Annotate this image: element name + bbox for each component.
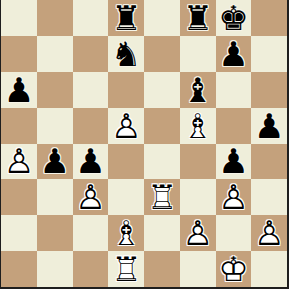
- piece-white-bishop: ♝♗: [180, 108, 216, 144]
- square-f5[interactable]: ♝♗: [180, 108, 216, 144]
- square-f8[interactable]: ♜: [180, 0, 216, 36]
- square-d7[interactable]: ♞: [108, 36, 144, 72]
- square-c8[interactable]: [73, 0, 109, 36]
- square-b3[interactable]: [37, 179, 73, 215]
- square-b2[interactable]: [37, 215, 73, 251]
- square-d6[interactable]: [108, 72, 144, 108]
- square-h7[interactable]: [251, 36, 287, 72]
- square-a5[interactable]: [1, 108, 37, 144]
- square-d3[interactable]: [108, 179, 144, 215]
- piece-black-bishop: ♝: [180, 72, 216, 108]
- square-c5[interactable]: [73, 108, 109, 144]
- square-b1[interactable]: [37, 251, 73, 287]
- square-f3[interactable]: [180, 179, 216, 215]
- square-g3[interactable]: ♟♙: [216, 179, 252, 215]
- square-c3[interactable]: ♟♙: [73, 179, 109, 215]
- chess-board: ♜♜♚♞♟♟♝♟♙♝♗♟♟♙♟♟♟♟♙♜♖♟♙♝♗♟♙♟♙♜♖♚♔: [0, 0, 289, 289]
- square-g4[interactable]: ♟: [216, 144, 252, 180]
- square-c6[interactable]: [73, 72, 109, 108]
- piece-black-pawn: ♟: [1, 72, 37, 108]
- square-d1[interactable]: ♜♖: [108, 251, 144, 287]
- piece-white-rook: ♜♖: [144, 179, 180, 215]
- piece-white-king: ♚♔: [216, 251, 252, 287]
- square-e7[interactable]: [144, 36, 180, 72]
- square-d2[interactable]: ♝♗: [108, 215, 144, 251]
- square-a2[interactable]: [1, 215, 37, 251]
- square-h6[interactable]: [251, 72, 287, 108]
- square-c4[interactable]: ♟: [73, 144, 109, 180]
- square-c2[interactable]: [73, 215, 109, 251]
- square-h5[interactable]: ♟: [251, 108, 287, 144]
- piece-white-pawn: ♟♙: [216, 179, 252, 215]
- chess-diagram: ♜♜♚♞♟♟♝♟♙♝♗♟♟♙♟♟♟♟♙♜♖♟♙♝♗♟♙♟♙♜♖♚♔: [0, 0, 289, 289]
- piece-black-rook: ♜: [180, 0, 216, 36]
- square-a7[interactable]: [1, 36, 37, 72]
- square-a6[interactable]: ♟: [1, 72, 37, 108]
- square-b4[interactable]: ♟: [37, 144, 73, 180]
- piece-black-rook: ♜: [108, 0, 144, 36]
- square-a4[interactable]: ♟♙: [1, 144, 37, 180]
- piece-black-pawn: ♟: [216, 144, 252, 180]
- piece-white-pawn: ♟♙: [251, 215, 287, 251]
- square-h3[interactable]: [251, 179, 287, 215]
- square-g1[interactable]: ♚♔: [216, 251, 252, 287]
- piece-white-pawn: ♟♙: [180, 215, 216, 251]
- piece-black-pawn: ♟: [37, 144, 73, 180]
- square-f4[interactable]: [180, 144, 216, 180]
- piece-white-rook: ♜♖: [108, 251, 144, 287]
- square-h4[interactable]: [251, 144, 287, 180]
- square-f7[interactable]: [180, 36, 216, 72]
- square-e4[interactable]: [144, 144, 180, 180]
- square-c7[interactable]: [73, 36, 109, 72]
- square-b6[interactable]: [37, 72, 73, 108]
- piece-white-pawn: ♟♙: [73, 179, 109, 215]
- square-g6[interactable]: [216, 72, 252, 108]
- square-h2[interactable]: ♟♙: [251, 215, 287, 251]
- piece-white-pawn: ♟♙: [108, 108, 144, 144]
- square-a8[interactable]: [1, 0, 37, 36]
- piece-black-king: ♚: [216, 0, 252, 36]
- piece-black-knight: ♞: [108, 36, 144, 72]
- square-d8[interactable]: ♜: [108, 0, 144, 36]
- square-f1[interactable]: [180, 251, 216, 287]
- square-e3[interactable]: ♜♖: [144, 179, 180, 215]
- square-f2[interactable]: ♟♙: [180, 215, 216, 251]
- square-a1[interactable]: [1, 251, 37, 287]
- square-b8[interactable]: [37, 0, 73, 36]
- square-d4[interactable]: [108, 144, 144, 180]
- square-g7[interactable]: ♟: [216, 36, 252, 72]
- piece-white-bishop: ♝♗: [108, 215, 144, 251]
- square-f6[interactable]: ♝: [180, 72, 216, 108]
- square-g2[interactable]: [216, 215, 252, 251]
- square-e5[interactable]: [144, 108, 180, 144]
- square-h8[interactable]: [251, 0, 287, 36]
- piece-black-pawn: ♟: [73, 144, 109, 180]
- square-h1[interactable]: [251, 251, 287, 287]
- square-e1[interactable]: [144, 251, 180, 287]
- piece-black-pawn: ♟: [251, 108, 287, 144]
- square-d5[interactable]: ♟♙: [108, 108, 144, 144]
- piece-white-pawn: ♟♙: [1, 144, 37, 180]
- square-b7[interactable]: [37, 36, 73, 72]
- square-g8[interactable]: ♚: [216, 0, 252, 36]
- square-e6[interactable]: [144, 72, 180, 108]
- square-a3[interactable]: [1, 179, 37, 215]
- square-e8[interactable]: [144, 0, 180, 36]
- square-g5[interactable]: [216, 108, 252, 144]
- piece-black-pawn: ♟: [216, 36, 252, 72]
- square-c1[interactable]: [73, 251, 109, 287]
- square-e2[interactable]: [144, 215, 180, 251]
- square-b5[interactable]: [37, 108, 73, 144]
